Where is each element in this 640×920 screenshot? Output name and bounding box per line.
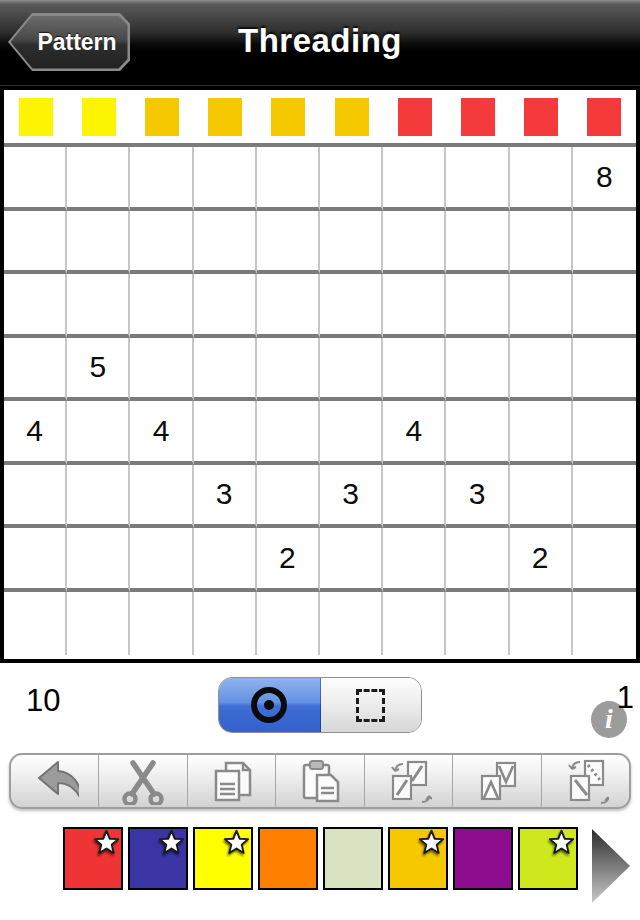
- threading-cell-shaft8-thread4[interactable]: [194, 147, 257, 211]
- threading-cell-shaft8-thread10[interactable]: 8: [573, 147, 636, 211]
- thread-color-square: [19, 98, 53, 136]
- paste-button[interactable]: [276, 755, 364, 807]
- threading-cell-shaft1-thread10[interactable]: [573, 592, 636, 656]
- threading-cell-shaft7-thread10[interactable]: [573, 211, 636, 275]
- threading-cell-shaft3-thread2[interactable]: [67, 465, 130, 529]
- palette-swatch-7[interactable]: [453, 827, 513, 890]
- copy-icon: [208, 757, 256, 805]
- threading-cell-shaft2-thread4[interactable]: [194, 528, 257, 592]
- threading-cell-shaft6-thread5[interactable]: [257, 274, 320, 338]
- thread-color-cell-5[interactable]: [257, 90, 320, 143]
- threading-cell-shaft3-thread10[interactable]: [573, 465, 636, 529]
- threading-cell-shaft1-thread6[interactable]: [320, 592, 383, 656]
- thread-color-cell-6[interactable]: [320, 90, 383, 143]
- thread-color-cell-10[interactable]: [573, 90, 636, 143]
- star-icon: [93, 829, 120, 856]
- threading-cell-shaft2-thread2[interactable]: [67, 528, 130, 592]
- thread-color-cell-8[interactable]: [446, 90, 509, 143]
- threading-cell-shaft3-thread1[interactable]: [4, 465, 67, 529]
- star-icon: [158, 829, 185, 856]
- threading-cell-shaft8-thread9[interactable]: [510, 147, 573, 211]
- threading-cell-shaft1-thread5[interactable]: [257, 592, 320, 656]
- mode-draw-button[interactable]: [219, 678, 321, 732]
- edit-toolbar: [9, 753, 631, 809]
- thread-color-square: [145, 98, 179, 136]
- threading-cell-shaft1-thread3[interactable]: [130, 592, 193, 656]
- threading-cell-shaft5-thread5[interactable]: [257, 338, 320, 402]
- star-icon: [548, 829, 575, 856]
- threading-cell-shaft2-thread5[interactable]: 2: [257, 528, 320, 592]
- thread-color-cell-3[interactable]: [130, 90, 193, 143]
- app-screen: Pattern Threading 8544433322 10 1 i: [0, 0, 640, 920]
- threading-cell-shaft4-thread1[interactable]: 4: [4, 401, 67, 465]
- threading-cell-shaft7-thread4[interactable]: [194, 211, 257, 275]
- paste-icon: [296, 757, 344, 805]
- thread-color-square: [524, 98, 558, 136]
- threading-cell-shaft8-thread2[interactable]: [67, 147, 130, 211]
- flip-repeat-button[interactable]: [542, 755, 629, 807]
- cut-button[interactable]: [99, 755, 187, 807]
- thread-color-square: [82, 98, 116, 136]
- mode-select-button[interactable]: [321, 678, 422, 732]
- thread-color-square: [208, 98, 242, 136]
- thread-color-cell-7[interactable]: [383, 90, 446, 143]
- thread-color-square: [461, 98, 495, 136]
- thread-color-cell-1[interactable]: [4, 90, 67, 143]
- threading-cell-shaft6-thread8[interactable]: [446, 274, 509, 338]
- threading-cell-shaft2-thread9[interactable]: 2: [510, 528, 573, 592]
- threading-cell-shaft1-thread9[interactable]: [510, 592, 573, 656]
- threading-cell-shaft6-thread4[interactable]: [194, 274, 257, 338]
- palette-more-arrow[interactable]: [592, 829, 632, 907]
- info-icon: i: [605, 705, 613, 733]
- threading-cell-shaft4-thread5[interactable]: [257, 401, 320, 465]
- thread-color-row: [4, 90, 636, 147]
- thread-color-cell-9[interactable]: [510, 90, 573, 143]
- palette-swatch-6[interactable]: [388, 827, 448, 890]
- thread-color-square: [587, 98, 621, 136]
- threading-cell-shaft4-thread7[interactable]: 4: [383, 401, 446, 465]
- pattern-area: 8544433322: [0, 86, 640, 663]
- threading-cell-shaft1-thread2[interactable]: [67, 592, 130, 656]
- threading-cell-shaft3-thread3[interactable]: [130, 465, 193, 529]
- threading-cell-shaft2-thread8[interactable]: [446, 528, 509, 592]
- threading-cell-shaft1-thread4[interactable]: [194, 592, 257, 656]
- thread-color-square: [398, 98, 432, 136]
- threading-grid: 8544433322: [4, 147, 636, 655]
- threading-cell-shaft7-thread8[interactable]: [446, 211, 509, 275]
- threading-cell-shaft4-thread9[interactable]: [510, 401, 573, 465]
- marquee-icon: [356, 689, 385, 722]
- thread-color-square: [335, 98, 369, 136]
- threading-cell-shaft3-thread7[interactable]: [383, 465, 446, 529]
- threading-cell-shaft5-thread7[interactable]: [383, 338, 446, 402]
- threading-cell-shaft5-thread2[interactable]: 5: [67, 338, 130, 402]
- threading-cell-shaft8-thread6[interactable]: [320, 147, 383, 211]
- threading-cell-shaft2-thread10[interactable]: [573, 528, 636, 592]
- flip-repeat-icon: [561, 757, 609, 805]
- threading-cell-shaft8-thread3[interactable]: [130, 147, 193, 211]
- threading-cell-shaft1-thread1[interactable]: [4, 592, 67, 656]
- threading-cell-shaft2-thread3[interactable]: [130, 528, 193, 592]
- threading-cell-shaft6-thread9[interactable]: [510, 274, 573, 338]
- warp-count-left: 10: [26, 683, 60, 719]
- threading-cell-shaft5-thread4[interactable]: [194, 338, 257, 402]
- palette-swatch-8[interactable]: [518, 827, 578, 890]
- threading-cell-shaft7-thread6[interactable]: [320, 211, 383, 275]
- navigation-bar: Pattern Threading: [0, 0, 640, 86]
- repeat-icon: [384, 757, 432, 805]
- color-palette: [63, 827, 578, 890]
- threading-cell-shaft4-thread10[interactable]: [573, 401, 636, 465]
- threading-cell-shaft4-thread4[interactable]: [194, 401, 257, 465]
- page-title: Threading: [0, 22, 640, 60]
- thread-color-cell-4[interactable]: [194, 90, 257, 143]
- threading-cell-shaft5-thread1[interactable]: [4, 338, 67, 402]
- threading-cell-shaft2-thread7[interactable]: [383, 528, 446, 592]
- undo-button[interactable]: [11, 755, 99, 807]
- threading-cell-shaft3-thread5[interactable]: [257, 465, 320, 529]
- threading-cell-shaft4-thread8[interactable]: [446, 401, 509, 465]
- threading-cell-shaft4-thread6[interactable]: [320, 401, 383, 465]
- threading-cell-shaft8-thread7[interactable]: [383, 147, 446, 211]
- threading-cell-shaft1-thread7[interactable]: [383, 592, 446, 656]
- threading-cell-shaft8-thread5[interactable]: [257, 147, 320, 211]
- palette-swatch-4[interactable]: [258, 827, 318, 890]
- palette-swatch-1[interactable]: [63, 827, 123, 890]
- threading-cell-shaft5-thread6[interactable]: [320, 338, 383, 402]
- copy-button[interactable]: [188, 755, 276, 807]
- threading-cell-shaft3-thread9[interactable]: [510, 465, 573, 529]
- threading-cell-shaft6-thread1[interactable]: [4, 274, 67, 338]
- thread-color-cell-2[interactable]: [67, 90, 130, 143]
- repeat-button[interactable]: [365, 755, 453, 807]
- threading-cell-shaft1-thread8[interactable]: [446, 592, 509, 656]
- threading-cell-shaft3-thread6[interactable]: 3: [320, 465, 383, 529]
- star-icon: [223, 829, 250, 856]
- threading-cell-shaft8-thread8[interactable]: [446, 147, 509, 211]
- target-icon: [251, 687, 287, 723]
- scissors-icon: [119, 757, 167, 805]
- undo-icon: [31, 757, 79, 805]
- threading-cell-shaft7-thread1[interactable]: [4, 211, 67, 275]
- right-arrow-icon: [592, 829, 632, 903]
- threading-cell-shaft5-thread10[interactable]: [573, 338, 636, 402]
- palette-swatch-3[interactable]: [193, 827, 253, 890]
- threading-cell-shaft2-thread1[interactable]: [4, 528, 67, 592]
- threading-cell-shaft7-thread3[interactable]: [130, 211, 193, 275]
- threading-cell-shaft6-thread6[interactable]: [320, 274, 383, 338]
- threading-cell-shaft7-thread2[interactable]: [67, 211, 130, 275]
- threading-cell-shaft5-thread9[interactable]: [510, 338, 573, 402]
- mirror-repeat-icon: [473, 757, 521, 805]
- threading-cell-shaft7-thread5[interactable]: [257, 211, 320, 275]
- threading-cell-shaft7-thread7[interactable]: [383, 211, 446, 275]
- threading-cell-shaft7-thread9[interactable]: [510, 211, 573, 275]
- star-icon: [418, 829, 445, 856]
- warp-count-right: 1: [617, 680, 634, 716]
- threading-cell-shaft3-thread8[interactable]: 3: [446, 465, 509, 529]
- mode-toggle: [218, 677, 422, 733]
- threading-cell-shaft4-thread3[interactable]: 4: [130, 401, 193, 465]
- threading-cell-shaft6-thread2[interactable]: [67, 274, 130, 338]
- palette-swatch-2[interactable]: [128, 827, 188, 890]
- threading-cell-shaft6-thread7[interactable]: [383, 274, 446, 338]
- threading-cell-shaft5-thread3[interactable]: [130, 338, 193, 402]
- threading-cell-shaft2-thread6[interactable]: [320, 528, 383, 592]
- thread-color-square: [271, 98, 305, 136]
- palette-swatch-5[interactable]: [323, 827, 383, 890]
- threading-cell-shaft6-thread10[interactable]: [573, 274, 636, 338]
- mirror-repeat-button[interactable]: [453, 755, 541, 807]
- threading-cell-shaft4-thread2[interactable]: [67, 401, 130, 465]
- threading-cell-shaft8-thread1[interactable]: [4, 147, 67, 211]
- threading-cell-shaft3-thread4[interactable]: 3: [194, 465, 257, 529]
- threading-cell-shaft6-thread3[interactable]: [130, 274, 193, 338]
- threading-cell-shaft5-thread8[interactable]: [446, 338, 509, 402]
